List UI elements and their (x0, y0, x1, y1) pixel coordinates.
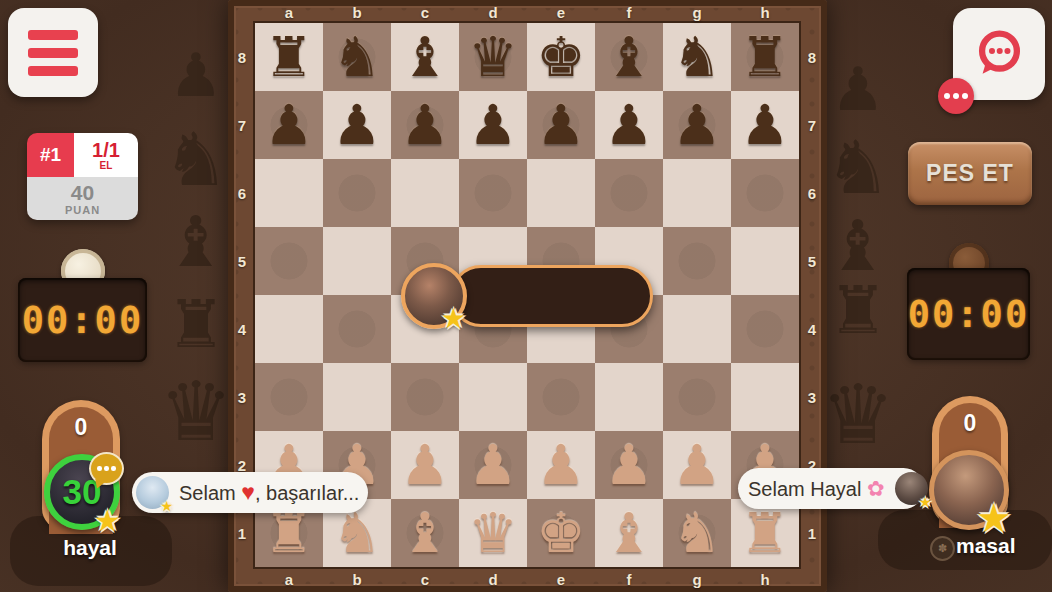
left-player-score: 0 (42, 414, 120, 441)
square-g6[interactable] (663, 159, 731, 227)
black-rook: ♜ (264, 23, 313, 91)
rank-badge: #1 (27, 133, 74, 177)
square-b3[interactable] (323, 363, 391, 431)
rank-label-right-1: 1 (808, 525, 816, 542)
black-pawn: ♟ (672, 91, 721, 159)
square-e7[interactable]: ♟ (527, 91, 595, 159)
file-label-top-a: a (285, 4, 293, 21)
knight-silhouette: ♞ (163, 123, 229, 197)
square-h8[interactable]: ♜ (731, 23, 799, 91)
rank-label-left-8: 8 (238, 49, 246, 66)
bishop-silhouette: ♝ (827, 211, 890, 281)
file-label-top-f: f (627, 4, 632, 21)
pawn-silhouette: ♟ (831, 60, 885, 120)
left-player-star-icon: ★ (94, 506, 121, 536)
chat-message-right: Selam Hayal ✿ ★ (738, 468, 924, 509)
square-c6[interactable] (391, 159, 459, 227)
rank-label-right-3: 3 (808, 389, 816, 406)
voice-avatar-star-icon: ★ (441, 305, 466, 333)
black-queen: ♛ (468, 23, 517, 91)
file-label-bottom-g: g (692, 571, 701, 588)
square-c3[interactable] (391, 363, 459, 431)
square-e3[interactable] (527, 363, 595, 431)
square-b7[interactable]: ♟ (323, 91, 391, 159)
square-d2[interactable]: ♟ (459, 431, 527, 499)
score-panel: #1 1/1 EL 40 PUAN (27, 133, 138, 220)
square-c8[interactable]: ♝ (391, 23, 459, 91)
square-h3[interactable] (731, 363, 799, 431)
queen-silhouette: ♛ (159, 371, 233, 453)
black-pawn: ♟ (468, 91, 517, 159)
white-pawn: ♟ (672, 431, 721, 499)
black-knight: ♞ (332, 23, 381, 91)
file-label-top-h: h (760, 4, 769, 21)
left-clock-time: 00:00 (22, 299, 143, 342)
rook-silhouette: ♜ (828, 277, 887, 343)
dots-icon (944, 93, 950, 99)
square-h6[interactable] (731, 159, 799, 227)
square-a6[interactable] (255, 159, 323, 227)
white-king: ♚ (536, 499, 585, 567)
quick-chat-button[interactable] (938, 78, 974, 114)
heart-icon: ♥ (241, 479, 255, 505)
square-f2[interactable]: ♟ (595, 431, 663, 499)
black-pawn: ♟ (604, 91, 653, 159)
chat-bubble-icon (970, 25, 1028, 83)
file-label-bottom-e: e (557, 571, 565, 588)
rank-label-left-6: 6 (238, 185, 246, 202)
white-pawn: ♟ (604, 431, 653, 499)
square-a7[interactable]: ♟ (255, 91, 323, 159)
square-b4[interactable] (323, 295, 391, 363)
square-h1[interactable]: ♜ (731, 499, 799, 567)
square-f3[interactable] (595, 363, 663, 431)
square-a8[interactable]: ♜ (255, 23, 323, 91)
square-g8[interactable]: ♞ (663, 23, 731, 91)
chat-avatar: ★ (895, 472, 928, 505)
rank-label-left-7: 7 (238, 117, 246, 134)
square-h7[interactable]: ♟ (731, 91, 799, 159)
right-player-score: 0 (932, 410, 1008, 437)
rank-label-left-3: 3 (238, 389, 246, 406)
star-icon: ★ (919, 495, 932, 509)
file-label-bottom-f: f (627, 571, 632, 588)
black-knight: ♞ (672, 23, 721, 91)
rank-label-right-4: 4 (808, 321, 816, 338)
rank-label-left-2: 2 (238, 457, 246, 474)
voice-chat-panel (450, 265, 653, 327)
hamburger-icon (28, 30, 78, 40)
points-label: PUAN (65, 205, 100, 216)
square-g2[interactable]: ♟ (663, 431, 731, 499)
right-clock: 00:00 (907, 268, 1030, 360)
white-rook: ♜ (740, 499, 789, 567)
rank-label-left-5: 5 (238, 253, 246, 270)
chat-avatar: ★ (136, 476, 169, 509)
right-player-badge-icon: ✽ (930, 536, 955, 561)
square-d3[interactable] (459, 363, 527, 431)
square-e6[interactable] (527, 159, 595, 227)
right-clock-time: 00:00 (908, 293, 1029, 336)
black-bishop: ♝ (400, 23, 449, 91)
left-player-name: hayal (30, 536, 150, 560)
file-label-top-d: d (488, 4, 497, 21)
left-clock: 00:00 (18, 278, 147, 362)
file-label-top-g: g (692, 4, 701, 21)
rook-silhouette: ♜ (166, 291, 225, 357)
square-f6[interactable] (595, 159, 663, 227)
black-pawn: ♟ (740, 91, 789, 159)
square-a5[interactable] (255, 227, 323, 295)
black-king: ♚ (536, 23, 585, 91)
points-value: 40 (71, 182, 94, 203)
rank-label-left-1: 1 (238, 525, 246, 542)
pawn-silhouette: ♟ (169, 46, 223, 106)
round-box: 1/1 EL (74, 133, 138, 177)
square-c1[interactable]: ♝ (391, 499, 459, 567)
file-label-bottom-d: d (488, 571, 497, 588)
square-a3[interactable] (255, 363, 323, 431)
rank-label-right-7: 7 (808, 117, 816, 134)
square-e2[interactable]: ♟ (527, 431, 595, 499)
square-d6[interactable] (459, 159, 527, 227)
black-pawn: ♟ (536, 91, 585, 159)
menu-button[interactable] (8, 8, 98, 97)
file-label-bottom-c: c (421, 571, 429, 588)
square-f7[interactable]: ♟ (595, 91, 663, 159)
file-label-top-c: c (421, 4, 429, 21)
white-bishop: ♝ (604, 499, 653, 567)
square-g3[interactable] (663, 363, 731, 431)
square-b6[interactable] (323, 159, 391, 227)
right-player-star-icon: ★ (976, 498, 1012, 538)
square-h5[interactable] (731, 227, 799, 295)
knight-silhouette: ♞ (825, 131, 891, 205)
file-label-bottom-b: b (352, 571, 361, 588)
square-c2[interactable]: ♟ (391, 431, 459, 499)
square-a4[interactable] (255, 295, 323, 363)
black-rook: ♜ (740, 23, 789, 91)
rank-label-right-5: 5 (808, 253, 816, 270)
white-bishop: ♝ (400, 499, 449, 567)
white-queen: ♛ (468, 499, 517, 567)
white-pawn: ♟ (468, 431, 517, 499)
file-label-bottom-h: h (760, 571, 769, 588)
queen-silhouette: ♛ (821, 374, 895, 456)
square-g5[interactable] (663, 227, 731, 295)
square-d8[interactable]: ♛ (459, 23, 527, 91)
chat-text: Selam Hayal ✿ (738, 477, 895, 501)
square-h4[interactable] (731, 295, 799, 363)
game-screen: ♟♞♝♜♛♟♞♝♜♛ ♜♞♝♛♚♝♞♜♟♟♟♟♟♟♟♟♟♟♟♟♟♟♟♟♜♞♝♛♚… (0, 0, 1052, 592)
file-label-top-e: e (557, 4, 565, 21)
white-knight: ♞ (672, 499, 721, 567)
bishop-silhouette: ♝ (165, 207, 228, 277)
rank-label-right-6: 6 (808, 185, 816, 202)
square-d1[interactable]: ♛ (459, 499, 527, 567)
square-g1[interactable]: ♞ (663, 499, 731, 567)
black-bishop: ♝ (604, 23, 653, 91)
resign-button[interactable]: PES ET (908, 142, 1032, 205)
chat-text: Selam ♥, başarılar... (169, 479, 369, 506)
points-box: 40 PUAN (27, 177, 138, 220)
rank-label-right-8: 8 (808, 49, 816, 66)
file-label-top-b: b (352, 4, 361, 21)
white-pawn: ♟ (400, 431, 449, 499)
square-b5[interactable] (323, 227, 391, 295)
square-e1[interactable]: ♚ (527, 499, 595, 567)
square-f8[interactable]: ♝ (595, 23, 663, 91)
square-g7[interactable]: ♟ (663, 91, 731, 159)
square-e8[interactable]: ♚ (527, 23, 595, 91)
square-d7[interactable]: ♟ (459, 91, 527, 159)
black-pawn: ♟ (332, 91, 381, 159)
round-label: EL (100, 161, 113, 171)
typing-bubble-icon (89, 452, 124, 485)
black-pawn: ♟ (400, 91, 449, 159)
square-f1[interactable]: ♝ (595, 499, 663, 567)
file-label-bottom-a: a (285, 571, 293, 588)
square-c7[interactable]: ♟ (391, 91, 459, 159)
star-icon: ★ (160, 499, 173, 513)
square-g4[interactable] (663, 295, 731, 363)
chat-message-left: ★ Selam ♥, başarılar... (132, 472, 368, 513)
round-value: 1/1 (92, 140, 120, 160)
flower-icon: ✿ (867, 477, 885, 500)
square-b8[interactable]: ♞ (323, 23, 391, 91)
black-pawn: ♟ (264, 91, 313, 159)
white-pawn: ♟ (536, 431, 585, 499)
rank-label-left-4: 4 (238, 321, 246, 338)
